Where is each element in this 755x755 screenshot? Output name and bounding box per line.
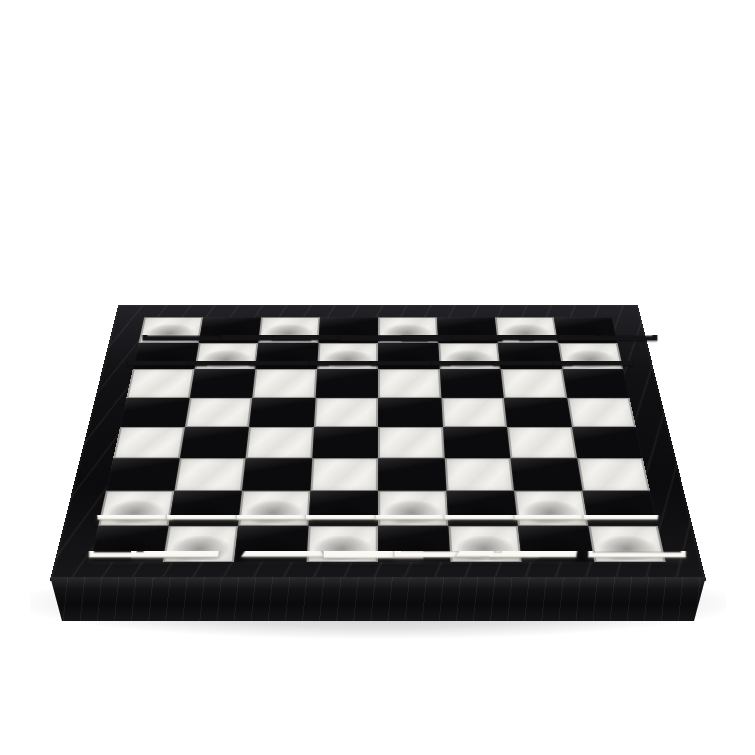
square-h7[interactable]: ♟ bbox=[558, 343, 624, 370]
chess-set-photo: ♜♞♝♛♚♝♞♜♟♟♟♟♟♟♟♟♟♟♟♟♟♟♟♟♜♞♝♚♛♝♞♜ bbox=[0, 0, 755, 755]
white-rook-icon: ♜ bbox=[560, 411, 696, 584]
board-squares: ♜♞♝♛♚♝♞♜♟♟♟♟♟♟♟♟♟♟♟♟♟♟♟♟♜♞♝♚♛♝♞♜ bbox=[90, 317, 666, 562]
board-perspective-stage: ♜♞♝♛♚♝♞♜♟♟♟♟♟♟♟♟♟♟♟♟♟♟♟♟♜♞♝♚♛♝♞♜ bbox=[88, 137, 668, 717]
square-h1[interactable]: ♜ bbox=[588, 525, 666, 562]
chess-board: ♜♞♝♛♚♝♞♜♟♟♟♟♟♟♟♟♟♟♟♟♟♟♟♟♜♞♝♚♛♝♞♜ bbox=[50, 305, 706, 581]
piece-black-pawn-h7[interactable]: ♟ bbox=[533, 361, 649, 362]
piece-white-rook-h1[interactable]: ♜ bbox=[560, 551, 696, 552]
board-slab-front-edge bbox=[33, 577, 723, 621]
